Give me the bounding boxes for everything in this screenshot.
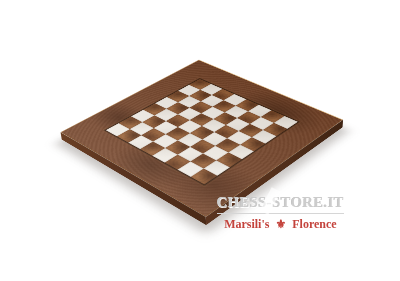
fleur-de-lis-icon: ⚜ <box>272 217 289 231</box>
watermark: CHESS-STORE.IT Marsili's ⚜ Florence <box>217 194 344 232</box>
chessboard-scene <box>0 0 400 281</box>
board-grid <box>106 79 298 184</box>
watermark-store-text: CHESS-STORE.IT <box>217 194 344 214</box>
watermark-brand-text: Marsili's ⚜ Florence <box>217 217 344 232</box>
product-photo: CHESS-STORE.IT Marsili's ⚜ Florence <box>0 0 400 281</box>
brand-name: Marsili's <box>224 217 269 231</box>
brand-city: Florence <box>292 217 336 231</box>
